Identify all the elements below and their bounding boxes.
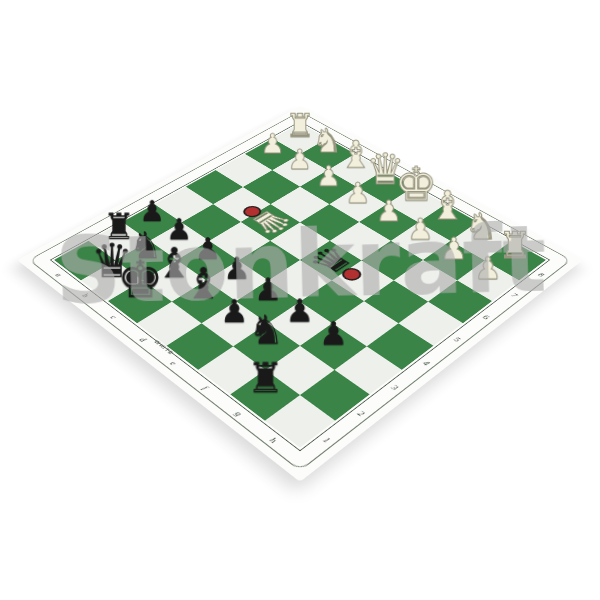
square-h2 <box>300 370 370 421</box>
file-label-h: h <box>267 436 279 445</box>
file-label-g: g <box>233 409 245 418</box>
rank-label-8: 8 <box>536 271 546 278</box>
white-Q-icon: ♛ <box>230 197 312 248</box>
square-d1 <box>137 301 202 346</box>
rank-label-5: 5 <box>452 336 463 344</box>
file-label-c: c <box>108 313 119 320</box>
square-f5 <box>331 260 394 301</box>
file-label-a: a <box>53 271 64 278</box>
file-label-e: e <box>168 359 179 367</box>
rank-label-1: 1 <box>320 436 332 445</box>
black-N-icon: ♞ <box>234 310 299 350</box>
file-label-f: f <box>200 384 210 391</box>
square-e1 <box>166 323 233 370</box>
white-P-icon: ♟ <box>458 254 519 285</box>
rank-label-6: 6 <box>481 313 491 320</box>
square-h3 <box>334 346 402 395</box>
square-h5 <box>398 301 463 346</box>
chess-set-scene: abcdefgh12345678WHITE ♜♞♝♛♚♝♞♜♟♟♟♟♟♟♟♟♟♟… <box>0 0 600 600</box>
square-h6 <box>428 280 492 323</box>
square-g5 <box>364 280 428 323</box>
square-h4 <box>367 323 434 370</box>
chess-board: abcdefgh12345678WHITE ♜♞♝♛♚♝♞♜♟♟♟♟♟♟♟♟♟♟… <box>17 106 583 482</box>
square-a6 <box>216 154 272 187</box>
black-Q-icon: ♛ <box>288 233 373 288</box>
rank-label-7: 7 <box>509 292 519 299</box>
rank-label-4: 4 <box>421 359 432 367</box>
square-h1 <box>264 394 335 447</box>
black-R-icon: ♜ <box>231 357 299 399</box>
pieces-layer: ♜♞♝♛♚♝♞♜♟♟♟♟♟♟♟♟♟♟♟♟♟♟♟♜♞♝♝♟♞♛♚♜♛♛ <box>54 123 546 447</box>
felt-base-disc <box>338 265 365 283</box>
white-side-label: WHITE <box>153 339 175 355</box>
black-P-icon: ♟ <box>301 318 366 351</box>
rank-label-3: 3 <box>389 383 400 391</box>
rank-label-2: 2 <box>355 409 367 418</box>
product-photo: abcdefgh12345678WHITE ♜♞♝♛♚♝♞♜♟♟♟♟♟♟♟♟♟♟… <box>0 0 600 600</box>
file-label-d: d <box>137 336 148 344</box>
square-a5 <box>186 170 243 204</box>
file-label-b: b <box>80 292 91 299</box>
black-K-icon: ♚ <box>109 253 171 305</box>
square-f6 <box>362 241 424 281</box>
